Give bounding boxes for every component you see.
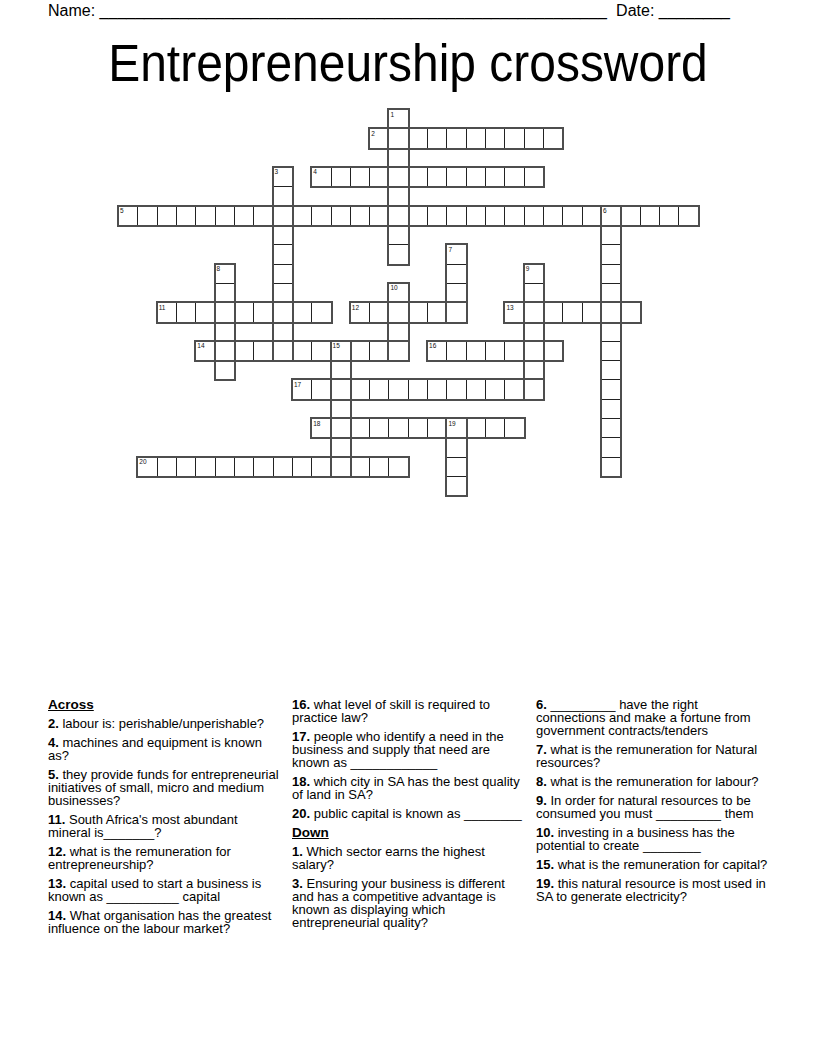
grid-cell-r5c3[interactable]: [176, 206, 196, 226]
grid-cell-r5c26[interactable]: [620, 206, 640, 226]
grid-cell-r9c5[interactable]: [215, 283, 235, 303]
clue-number-label: 18.: [292, 774, 310, 789]
grid-cell-r5c10[interactable]: [311, 206, 331, 226]
grid-cell-r10c21[interactable]: [524, 302, 544, 322]
grid-cell-r18c1[interactable]: [137, 457, 157, 477]
grid-cell-r3c19[interactable]: [485, 167, 505, 187]
crossword-grid: 2451112131416171820136789101519: [118, 109, 698, 496]
grid-cell-r10c12[interactable]: [350, 302, 370, 322]
grid-cell-r8c25[interactable]: [601, 264, 621, 284]
grid-cell-r9c17[interactable]: [446, 283, 466, 303]
grid-cell-r7c14[interactable]: [388, 244, 408, 264]
grid-cell-r12c13[interactable]: [369, 341, 389, 361]
across-header: Across: [48, 698, 280, 712]
grid-cell-r9c8[interactable]: [273, 283, 293, 303]
clue-number-label: 20.: [292, 806, 310, 821]
grid-cell-r1c14[interactable]: [388, 128, 408, 148]
grid-cell-r5c27[interactable]: [640, 206, 660, 226]
grid-cell-r10c13[interactable]: [369, 302, 389, 322]
grid-cell-r14c17[interactable]: [446, 379, 466, 399]
grid-cell-r9c14[interactable]: [388, 283, 408, 303]
clue-number-label: 1.: [292, 844, 303, 859]
grid-cell-r16c12[interactable]: [350, 418, 370, 438]
clue-down-9: 9. In order for natural resources to be …: [536, 794, 768, 820]
grid-cell-r5c13[interactable]: [369, 206, 389, 226]
grid-cell-r16c16[interactable]: [427, 418, 447, 438]
clue-number-label: 9.: [536, 793, 547, 808]
name-group: Name: __________________________________…: [48, 1, 607, 20]
grid-cell-r0c14[interactable]: [388, 109, 408, 129]
grid-cell-r5c18[interactable]: [466, 206, 486, 226]
worksheet-page: Name: __________________________________…: [0, 0, 816, 1056]
grid-cell-r12c17[interactable]: [446, 341, 466, 361]
grid-cell-r16c11[interactable]: [331, 418, 351, 438]
grid-cell-r12c7[interactable]: [253, 341, 273, 361]
grid-cell-r10c24[interactable]: [582, 302, 602, 322]
clue-across-2: 2. labour is: perishable/unperishable?: [48, 717, 280, 730]
grid-cell-r14c16[interactable]: [427, 379, 447, 399]
grid-cell-r12c19[interactable]: [485, 341, 505, 361]
grid-cell-r5c29[interactable]: [678, 206, 698, 226]
grid-cell-r12c11[interactable]: [331, 341, 351, 361]
grid-cell-r11c21[interactable]: [524, 322, 544, 342]
grid-cell-r1c18[interactable]: [466, 128, 486, 148]
grid-cell-r14c25[interactable]: [601, 379, 621, 399]
grid-cell-r17c17[interactable]: [446, 437, 466, 457]
grid-cell-r10c15[interactable]: [408, 302, 428, 322]
grid-cell-r10c14[interactable]: [388, 302, 408, 322]
grid-cell-r18c12[interactable]: [350, 457, 370, 477]
grid-cell-r17c11[interactable]: [331, 437, 351, 457]
clue-across-13: 13. capital used to start a business is …: [48, 877, 280, 903]
grid-cell-r2c14[interactable]: [388, 148, 408, 168]
grid-cell-r5c8[interactable]: [273, 206, 293, 226]
grid-cell-r18c25[interactable]: [601, 457, 621, 477]
clue-number-label: 5.: [48, 767, 59, 782]
grid-cell-r14c19[interactable]: [485, 379, 505, 399]
grid-cell-r16c10[interactable]: [311, 418, 331, 438]
clue-number-label: 12.: [48, 844, 66, 859]
grid-cell-r14c9[interactable]: [292, 379, 312, 399]
clue-across-16: 16. what level of skill is required to p…: [292, 698, 524, 724]
grid-cell-r9c21[interactable]: [524, 283, 544, 303]
clue-column-2: 16. what level of skill is required to p…: [292, 698, 524, 941]
clue-across-17: 17. people who identify a need in the bu…: [292, 730, 524, 769]
grid-cell-r3c11[interactable]: [331, 167, 351, 187]
clue-column-3: 6. _________ have the right connections …: [536, 698, 768, 941]
grid-cell-r18c9[interactable]: [292, 457, 312, 477]
grid-cell-r10c10[interactable]: [311, 302, 331, 322]
clue-number-label: 7.: [536, 742, 547, 757]
grid-cell-r10c5[interactable]: [215, 302, 235, 322]
grid-cell-r18c14[interactable]: [388, 457, 408, 477]
grid-cell-r12c16[interactable]: [427, 341, 447, 361]
grid-cell-r5c6[interactable]: [234, 206, 254, 226]
clue-across-18: 18. which city in SA has the best qualit…: [292, 775, 524, 801]
grid-cell-r3c8[interactable]: [273, 167, 293, 187]
grid-cell-r16c25[interactable]: [601, 418, 621, 438]
grid-cell-r10c23[interactable]: [562, 302, 582, 322]
grid-cell-r5c4[interactable]: [195, 206, 215, 226]
grid-cell-r16c19[interactable]: [485, 418, 505, 438]
grid-cell-r8c21[interactable]: [524, 264, 544, 284]
clue-down-1: 1. Which sector earns the highest salary…: [292, 845, 524, 871]
grid-cell-r1c16[interactable]: [427, 128, 447, 148]
grid-cell-r10c26[interactable]: [620, 302, 640, 322]
grid-cell-r14c11[interactable]: [331, 379, 351, 399]
grid-cell-r17c25[interactable]: [601, 437, 621, 457]
grid-cell-r1c19[interactable]: [485, 128, 505, 148]
date-label: Date:: [616, 2, 654, 19]
clue-number-label: 10.: [536, 825, 554, 840]
grid-cell-r1c22[interactable]: [543, 128, 563, 148]
grid-cell-r4c8[interactable]: [273, 186, 293, 206]
grid-cell-r1c21[interactable]: [524, 128, 544, 148]
page-title: Entrepreneurship crossword: [24, 36, 791, 92]
grid-cell-r7c8[interactable]: [273, 244, 293, 264]
grid-cell-r1c17[interactable]: [446, 128, 466, 148]
grid-cell-r18c7[interactable]: [253, 457, 273, 477]
grid-cell-r18c3[interactable]: [176, 457, 196, 477]
grid-cell-r5c19[interactable]: [485, 206, 505, 226]
grid-cell-r18c17[interactable]: [446, 457, 466, 477]
clue-down-6: 6. _________ have the right connections …: [536, 698, 768, 737]
grid-cell-r12c6[interactable]: [234, 341, 254, 361]
grid-cell-r12c9[interactable]: [292, 341, 312, 361]
clue-number-label: 16.: [292, 697, 310, 712]
grid-cell-r5c5[interactable]: [215, 206, 235, 226]
grid-cell-r14c21[interactable]: [524, 379, 544, 399]
grid-cell-r10c22[interactable]: [543, 302, 563, 322]
grid-cell-r3c16[interactable]: [427, 167, 447, 187]
grid-cell-r16c20[interactable]: [504, 418, 524, 438]
grid-cell-r5c17[interactable]: [446, 206, 466, 226]
grid-cell-r16c15[interactable]: [408, 418, 428, 438]
grid-cell-r5c9[interactable]: [292, 206, 312, 226]
grid-cell-r5c23[interactable]: [562, 206, 582, 226]
grid-cell-r13c25[interactable]: [601, 360, 621, 380]
grid-cell-r12c18[interactable]: [466, 341, 486, 361]
grid-cell-r12c25[interactable]: [601, 341, 621, 361]
down-header: Down: [292, 826, 524, 840]
grid-cell-r14c13[interactable]: [369, 379, 389, 399]
grid-cell-r1c20[interactable]: [504, 128, 524, 148]
grid-cell-r12c21[interactable]: [524, 341, 544, 361]
grid-cell-r12c5[interactable]: [215, 341, 235, 361]
clue-number-label: 8.: [536, 774, 547, 789]
clue-down-8: 8. what is the remuneration for labour?: [536, 775, 768, 788]
clue-across-11: 11. South Africa's most abundant mineral…: [48, 813, 280, 839]
grid-cell-r3c21[interactable]: [524, 167, 544, 187]
grid-cell-r5c21[interactable]: [524, 206, 544, 226]
name-date-row: Name: __________________________________…: [48, 1, 730, 20]
clue-across-12: 12. what is the remuneration for entrepr…: [48, 845, 280, 871]
grid-cell-r12c10[interactable]: [311, 341, 331, 361]
grid-cell-r3c18[interactable]: [466, 167, 486, 187]
grid-cell-r18c13[interactable]: [369, 457, 389, 477]
grid-cell-r11c25[interactable]: [601, 322, 621, 342]
grid-cell-r5c2[interactable]: [157, 206, 177, 226]
grid-cell-r5c24[interactable]: [582, 206, 602, 226]
clues-section: Across2. labour is: perishable/unperisha…: [48, 698, 768, 941]
clue-down-7: 7. what is the remuneration for Natural …: [536, 743, 768, 769]
clue-across-14: 14. What organisation has the greatest i…: [48, 909, 280, 935]
clue-down-10: 10. investing in a business has the pote…: [536, 826, 768, 852]
grid-cell-r14c12[interactable]: [350, 379, 370, 399]
grid-cell-r19c17[interactable]: [446, 476, 466, 496]
grid-cell-r5c1[interactable]: [137, 206, 157, 226]
grid-cell-r12c22[interactable]: [543, 341, 563, 361]
grid-cell-r10c3[interactable]: [176, 302, 196, 322]
grid-cell-r10c25[interactable]: [601, 302, 621, 322]
grid-cell-r15c25[interactable]: [601, 399, 621, 419]
grid-cell-r13c11[interactable]: [331, 360, 351, 380]
grid-cell-r18c6[interactable]: [234, 457, 254, 477]
grid-cell-r10c7[interactable]: [253, 302, 273, 322]
grid-cell-r16c13[interactable]: [369, 418, 389, 438]
clue-number-label: 11.: [48, 812, 65, 827]
grid-cell-r6c14[interactable]: [388, 225, 408, 245]
grid-cell-r12c8[interactable]: [273, 341, 293, 361]
grid-cell-r14c20[interactable]: [504, 379, 524, 399]
grid-cell-r10c2[interactable]: [157, 302, 177, 322]
grid-cell-r13c21[interactable]: [524, 360, 544, 380]
clue-number-label: 14.: [48, 908, 66, 923]
grid-cell-r5c12[interactable]: [350, 206, 370, 226]
grid-cell-r10c16[interactable]: [427, 302, 447, 322]
name-field[interactable]: ________________________________________…: [100, 2, 607, 19]
grid-cell-r3c13[interactable]: [369, 167, 389, 187]
grid-cell-r11c5[interactable]: [215, 322, 235, 342]
grid-cell-r3c15[interactable]: [408, 167, 428, 187]
date-field[interactable]: ________: [659, 2, 730, 19]
grid-cell-r5c15[interactable]: [408, 206, 428, 226]
grid-cell-r3c14[interactable]: [388, 167, 408, 187]
grid-cell-r5c14[interactable]: [388, 206, 408, 226]
grid-cell-r18c10[interactable]: [311, 457, 331, 477]
grid-cell-r11c8[interactable]: [273, 322, 293, 342]
grid-cell-r12c20[interactable]: [504, 341, 524, 361]
grid-cell-r10c4[interactable]: [195, 302, 215, 322]
grid-cell-r5c0[interactable]: [118, 206, 138, 226]
grid-cell-r18c4[interactable]: [195, 457, 215, 477]
clue-down-19: 19. this natural resource is most used i…: [536, 877, 768, 903]
clue-column-1: Across2. labour is: perishable/unperisha…: [48, 698, 280, 941]
grid-cell-r5c7[interactable]: [253, 206, 273, 226]
clue-number-label: 3.: [292, 876, 303, 891]
grid-cell-r14c15[interactable]: [408, 379, 428, 399]
grid-cell-r10c6[interactable]: [234, 302, 254, 322]
clue-number-label: 6.: [536, 697, 547, 712]
name-label: Name:: [48, 2, 95, 19]
grid-cell-r8c17[interactable]: [446, 264, 466, 284]
grid-cell-r16c17[interactable]: [446, 418, 466, 438]
clue-across-4: 4. machines and equipment is known as?: [48, 736, 280, 762]
clue-across-5: 5. they provide funds for entrepreneuria…: [48, 768, 280, 807]
grid-cell-r4c14[interactable]: [388, 186, 408, 206]
grid-cell-r14c14[interactable]: [388, 379, 408, 399]
grid-cell-r14c18[interactable]: [466, 379, 486, 399]
clue-number-label: 15.: [536, 857, 554, 872]
grid-cell-r18c2[interactable]: [157, 457, 177, 477]
grid-cell-r10c20[interactable]: [504, 302, 524, 322]
grid-cell-r3c10[interactable]: [311, 167, 331, 187]
grid-cell-r1c15[interactable]: [408, 128, 428, 148]
grid-cell-r18c11[interactable]: [331, 457, 351, 477]
grid-cell-r12c4[interactable]: [195, 341, 215, 361]
grid-cell-r5c20[interactable]: [504, 206, 524, 226]
clue-number-label: 2.: [48, 716, 59, 731]
grid-cell-r8c8[interactable]: [273, 264, 293, 284]
grid-cell-r5c25[interactable]: [601, 206, 621, 226]
grid-cell-r3c17[interactable]: [446, 167, 466, 187]
grid-cell-r7c25[interactable]: [601, 244, 621, 264]
grid-cell-r9c25[interactable]: [601, 283, 621, 303]
grid-cell-r18c8[interactable]: [273, 457, 293, 477]
clue-number-label: 4.: [48, 735, 59, 750]
grid-cell-r7c17[interactable]: [446, 244, 466, 264]
grid-cell-r16c18[interactable]: [466, 418, 486, 438]
grid-cell-r10c9[interactable]: [292, 302, 312, 322]
grid-cell-r15c11[interactable]: [331, 399, 351, 419]
clue-number-label: 19.: [536, 876, 554, 891]
grid-cell-r8c5[interactable]: [215, 264, 235, 284]
clue-down-15: 15. what is the remuneration for capital…: [536, 858, 768, 871]
grid-cell-r12c14[interactable]: [388, 341, 408, 361]
grid-cell-r13c5[interactable]: [215, 360, 235, 380]
grid-cell-r6c25[interactable]: [601, 225, 621, 245]
grid-cell-r10c8[interactable]: [273, 302, 293, 322]
clue-number-label: 13.: [48, 876, 66, 891]
date-group: Date: ________: [616, 1, 730, 20]
grid-cell-r12c12[interactable]: [350, 341, 370, 361]
grid-cell-r5c11[interactable]: [331, 206, 351, 226]
grid-cell-r5c22[interactable]: [543, 206, 563, 226]
grid-cell-r5c28[interactable]: [659, 206, 679, 226]
clue-down-3: 3. Ensuring your business is different a…: [292, 877, 524, 929]
grid-cell-r3c20[interactable]: [504, 167, 524, 187]
grid-cell-r11c14[interactable]: [388, 322, 408, 342]
grid-cell-r18c5[interactable]: [215, 457, 235, 477]
grid-cell-r10c17[interactable]: [446, 302, 466, 322]
grid-cell-r3c12[interactable]: [350, 167, 370, 187]
grid-cell-r5c16[interactable]: [427, 206, 447, 226]
grid-cell-r1c13[interactable]: [369, 128, 389, 148]
grid-cell-r6c8[interactable]: [273, 225, 293, 245]
clue-number-label: 17.: [292, 729, 310, 744]
grid-cell-r16c14[interactable]: [388, 418, 408, 438]
clue-across-20: 20. public capital is known as ________: [292, 807, 524, 820]
grid-cell-r14c10[interactable]: [311, 379, 331, 399]
